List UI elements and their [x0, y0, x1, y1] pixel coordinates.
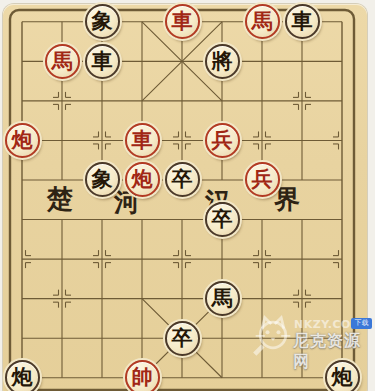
- piece-black-pawn[interactable]: 卒: [165, 321, 200, 356]
- piece-glyph: 炮: [332, 366, 353, 387]
- piece-glyph: 炮: [12, 366, 33, 387]
- piece-glyph: 馬: [252, 10, 273, 31]
- piece-glyph: 車: [292, 10, 313, 31]
- piece-red-pawn[interactable]: 兵: [205, 123, 240, 158]
- piece-glyph: 車: [92, 50, 113, 71]
- screenshot-root: 楚 河 汉 界 象車馬車馬車將炮車兵象炮卒兵卒馬卒炮帥炮 NKZY.COM 下载…: [0, 0, 375, 391]
- piece-glyph: 象: [92, 10, 113, 31]
- piece-glyph: 象: [92, 168, 113, 189]
- piece-glyph: 馬: [52, 50, 73, 71]
- piece-red-chariot[interactable]: 車: [125, 123, 160, 158]
- piece-red-horse[interactable]: 馬: [45, 44, 80, 79]
- piece-red-cannon[interactable]: 炮: [5, 123, 40, 158]
- piece-black-chariot[interactable]: 車: [285, 4, 320, 39]
- piece-red-general[interactable]: 帥: [125, 360, 160, 391]
- piece-black-pawn[interactable]: 卒: [205, 202, 240, 237]
- piece-red-pawn[interactable]: 兵: [245, 162, 280, 197]
- piece-glyph: 卒: [212, 208, 233, 229]
- piece-glyph: 將: [212, 50, 233, 71]
- piece-glyph: 炮: [12, 129, 33, 150]
- piece-glyph: 兵: [212, 129, 233, 150]
- piece-glyph: 帥: [132, 366, 153, 387]
- piece-black-horse[interactable]: 馬: [205, 281, 240, 316]
- piece-glyph: 車: [172, 10, 193, 31]
- piece-black-general[interactable]: 將: [205, 44, 240, 79]
- piece-glyph: 卒: [172, 168, 193, 189]
- piece-glyph: 馬: [212, 287, 233, 308]
- piece-black-chariot[interactable]: 車: [85, 44, 120, 79]
- piece-black-cannon[interactable]: 炮: [5, 360, 40, 391]
- piece-red-chariot[interactable]: 車: [165, 4, 200, 39]
- piece-black-elephant[interactable]: 象: [85, 4, 120, 39]
- piece-red-horse[interactable]: 馬: [245, 4, 280, 39]
- pieces-grid: 象車馬車馬車將炮車兵象炮卒兵卒馬卒炮帥炮: [2, 2, 362, 391]
- piece-glyph: 車: [132, 129, 153, 150]
- piece-black-pawn[interactable]: 卒: [165, 162, 200, 197]
- piece-red-cannon[interactable]: 炮: [125, 162, 160, 197]
- piece-glyph: 炮: [132, 168, 153, 189]
- piece-black-cannon[interactable]: 炮: [325, 360, 360, 391]
- piece-glyph: 兵: [252, 168, 273, 189]
- piece-black-elephant[interactable]: 象: [85, 162, 120, 197]
- piece-glyph: 卒: [172, 327, 193, 348]
